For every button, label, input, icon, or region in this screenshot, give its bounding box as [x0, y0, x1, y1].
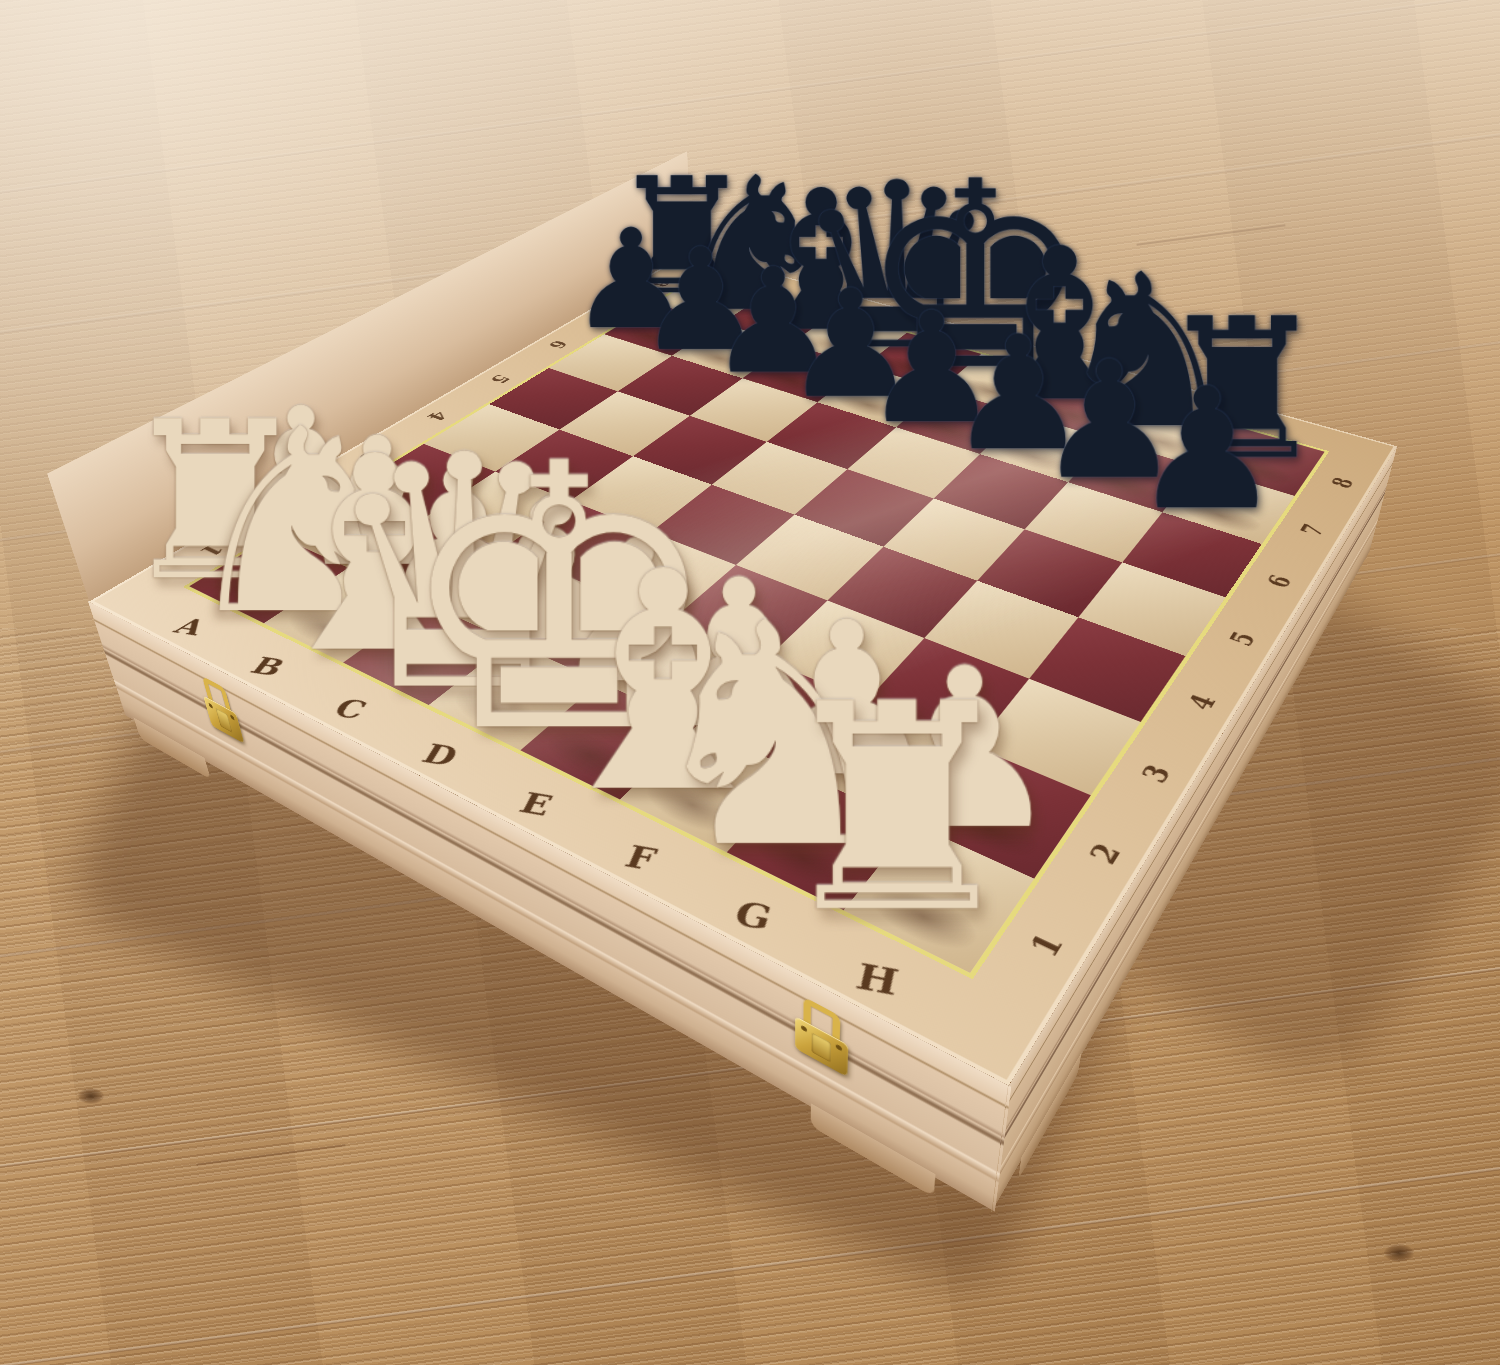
brass-latch-right[interactable] — [795, 992, 849, 1081]
chess-photo-scene: ♜♞♝♛♚♝♞♜♟♟♟♟♟♟♟♟♟♟♟♟♟♟♟♟♜♞♝♛♚♝♞♜ A B C D… — [0, 0, 1500, 1365]
perspective-wrapper: ♜♞♝♛♚♝♞♜♟♟♟♟♟♟♟♟♟♟♟♟♟♟♟♟♜♞♝♛♚♝♞♜ A B C D… — [323, 48, 1263, 988]
square-h7[interactable]: ♟ — [1162, 467, 1295, 544]
white-rook[interactable]: ♜ — [711, 666, 1083, 952]
black-pawn[interactable]: ♟ — [1075, 366, 1339, 534]
square-h1[interactable]: ♜ — [843, 823, 1034, 973]
